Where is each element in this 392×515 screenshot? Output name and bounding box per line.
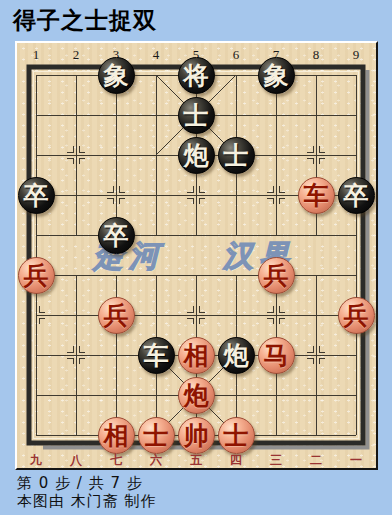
pieces-layer: 象将象士炮士卒车卒卒兵兵兵兵车相炮马炮相士帅士 [16,55,376,455]
piece-red-相[interactable]: 相 [178,337,215,374]
rank-label-bottom: 九 [25,453,47,467]
piece-red-车[interactable]: 车 [298,177,335,214]
piece-black-卒[interactable]: 卒 [18,177,55,214]
rank-label-bottom: 三 [265,453,287,467]
piece-black-士[interactable]: 士 [218,137,255,174]
piece-red-相[interactable]: 相 [98,417,135,454]
piece-red-兵[interactable]: 兵 [18,257,55,294]
piece-black-象[interactable]: 象 [98,57,135,94]
piece-red-兵[interactable]: 兵 [338,297,375,334]
rank-label-bottom: 八 [65,453,87,467]
piece-red-帅[interactable]: 帅 [178,417,215,454]
piece-red-士[interactable]: 士 [218,417,255,454]
rank-label-bottom: 六 [145,453,167,467]
piece-black-卒[interactable]: 卒 [98,217,135,254]
board[interactable]: 楚河 汉界 象将象士炮士卒车卒卒兵兵兵兵车相炮马炮相士帅士 [17,43,376,468]
piece-black-卒[interactable]: 卒 [338,177,375,214]
piece-black-炮[interactable]: 炮 [218,337,255,374]
piece-red-兵[interactable]: 兵 [258,257,295,294]
piece-red-兵[interactable]: 兵 [98,297,135,334]
rank-label-bottom: 五 [185,453,207,467]
piece-black-士[interactable]: 士 [178,97,215,134]
piece-black-象[interactable]: 象 [258,57,295,94]
piece-red-马[interactable]: 马 [258,337,295,374]
rank-label-bottom: 一 [345,453,367,467]
page: 得子之士捉双 123456789 楚河 汉界 象将象士炮士卒车卒卒兵兵兵兵车相炮… [0,0,392,515]
credit-line: 本图由 木门斋 制作 [17,492,157,511]
piece-black-车[interactable]: 车 [138,337,175,374]
rank-label-bottom: 四 [225,453,247,467]
page-title: 得子之士捉双 [13,5,157,36]
piece-red-士[interactable]: 士 [138,417,175,454]
bottom-rank-labels: 九八七六五四三二一 [17,453,376,467]
piece-black-将[interactable]: 将 [178,57,215,94]
board-panel: 123456789 楚河 汉界 象将象士炮士卒车卒卒兵兵兵兵车相炮马炮相士帅士 … [15,41,378,470]
piece-red-炮[interactable]: 炮 [178,377,215,414]
piece-black-炮[interactable]: 炮 [178,137,215,174]
move-counter: 第 0 步 / 共 7 步 [17,474,143,493]
rank-label-bottom: 七 [105,453,127,467]
rank-label-bottom: 二 [305,453,327,467]
